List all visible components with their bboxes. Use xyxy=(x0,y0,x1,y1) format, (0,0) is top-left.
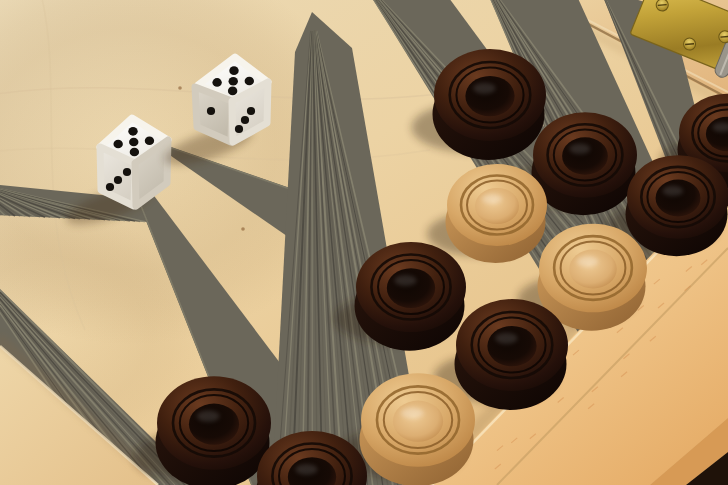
checker-sheen xyxy=(197,410,220,421)
checker-sheen xyxy=(663,186,683,196)
scene-svg xyxy=(0,0,728,485)
die-pip xyxy=(245,77,254,86)
die-pip xyxy=(241,116,249,124)
checker-sheen xyxy=(569,144,590,154)
die-pip xyxy=(123,168,131,176)
die-pip xyxy=(229,66,238,75)
checker-sheen xyxy=(473,83,495,94)
checker-dish xyxy=(387,268,435,308)
backgammon-board-photo xyxy=(0,0,728,485)
die-pip xyxy=(145,136,154,145)
checker-dish xyxy=(656,180,701,217)
die-pip xyxy=(235,125,243,133)
wood-speck xyxy=(241,227,245,231)
die-pip xyxy=(212,78,221,87)
checker-dish xyxy=(393,401,443,442)
checker-sheen xyxy=(482,194,502,204)
die-pip xyxy=(207,107,215,115)
wood-speck xyxy=(178,86,182,90)
checker-sheen xyxy=(395,275,417,286)
checker-sheen xyxy=(296,464,318,475)
checker-dish xyxy=(569,250,617,289)
checker-sheen xyxy=(495,333,517,344)
die-pip xyxy=(229,77,238,86)
die-pip xyxy=(130,148,139,157)
die-pip xyxy=(228,87,237,96)
checker-dish xyxy=(487,326,536,366)
checker-sheen xyxy=(401,407,424,418)
die-pip xyxy=(129,138,138,147)
checker-dish xyxy=(189,404,239,445)
checker-sheen xyxy=(577,256,599,267)
die-pip xyxy=(114,176,122,184)
checker-dish xyxy=(562,137,608,175)
die-pip xyxy=(128,127,137,136)
die-pip xyxy=(106,183,114,191)
die-pip xyxy=(247,107,255,115)
checker-dish xyxy=(465,76,514,116)
checker-dish xyxy=(475,188,519,224)
die-pip xyxy=(113,140,122,149)
